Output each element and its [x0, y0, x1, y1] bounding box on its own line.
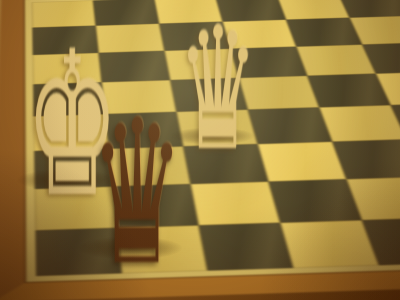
square-c1[interactable] — [199, 223, 294, 271]
black-queen[interactable]: ♛ — [85, 93, 189, 293]
square-e8[interactable] — [277, 0, 350, 20]
square-e4[interactable] — [319, 105, 400, 142]
square-c2[interactable] — [190, 182, 280, 226]
square-d3[interactable] — [258, 142, 347, 182]
photo-scene: ♛ ♚ ♛ — [0, 0, 400, 300]
square-d1[interactable] — [280, 220, 379, 268]
